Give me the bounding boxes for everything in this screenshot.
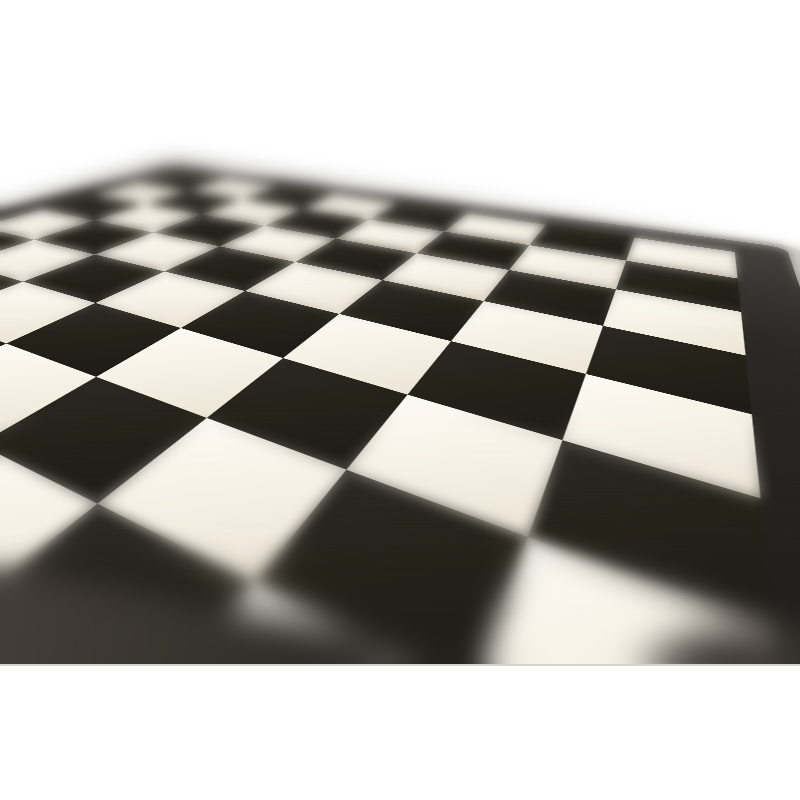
background-lower [0,666,800,800]
photograph [0,0,800,666]
photo-canvas [0,0,800,800]
